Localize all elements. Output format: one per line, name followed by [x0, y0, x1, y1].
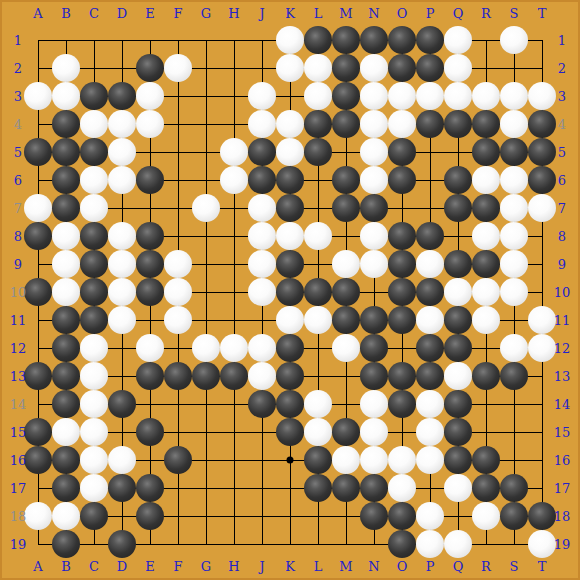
column-label-top: P	[426, 7, 435, 20]
black-stone	[416, 278, 444, 306]
black-stone	[360, 502, 388, 530]
black-stone	[388, 54, 416, 82]
white-stone	[136, 82, 164, 110]
row-label-right: 14	[554, 398, 571, 411]
row-label-left: 17	[10, 482, 27, 495]
black-stone	[108, 530, 136, 558]
white-stone	[276, 54, 304, 82]
white-stone	[220, 138, 248, 166]
row-label-right: 13	[554, 370, 571, 383]
white-stone	[416, 530, 444, 558]
white-stone	[220, 334, 248, 362]
black-stone	[416, 26, 444, 54]
white-stone	[416, 250, 444, 278]
white-stone	[472, 306, 500, 334]
row-label-left: 11	[10, 314, 27, 327]
white-stone	[164, 306, 192, 334]
white-stone	[472, 82, 500, 110]
grid-line-horizontal	[38, 516, 543, 517]
row-label-right: 19	[554, 538, 571, 551]
black-stone	[332, 194, 360, 222]
black-stone	[528, 166, 556, 194]
black-stone	[136, 166, 164, 194]
white-stone	[304, 222, 332, 250]
column-label-bottom: D	[117, 560, 127, 573]
black-stone	[332, 166, 360, 194]
row-label-right: 9	[558, 258, 566, 271]
column-label-top: G	[201, 7, 211, 20]
white-stone	[24, 82, 52, 110]
white-stone	[108, 306, 136, 334]
row-label-right: 12	[554, 342, 571, 355]
row-label-left: 12	[10, 342, 27, 355]
black-stone	[276, 166, 304, 194]
column-label-top: L	[314, 7, 323, 20]
column-label-bottom: K	[285, 560, 295, 573]
black-stone	[136, 222, 164, 250]
black-stone	[80, 250, 108, 278]
black-stone	[80, 502, 108, 530]
black-stone	[304, 138, 332, 166]
column-label-top: H	[228, 7, 239, 20]
black-stone	[248, 166, 276, 194]
column-label-top: O	[397, 7, 408, 20]
white-stone	[472, 502, 500, 530]
white-stone	[360, 222, 388, 250]
row-label-right: 17	[554, 482, 571, 495]
black-stone	[248, 138, 276, 166]
white-stone	[388, 474, 416, 502]
row-label-right: 16	[554, 454, 571, 467]
black-stone	[24, 138, 52, 166]
white-stone	[304, 54, 332, 82]
black-stone	[136, 362, 164, 390]
black-stone	[276, 278, 304, 306]
column-label-bottom: T	[538, 560, 547, 573]
row-label-left: 15	[10, 426, 27, 439]
black-stone	[192, 362, 220, 390]
row-label-left: 4	[14, 118, 22, 131]
row-label-left: 6	[14, 174, 22, 187]
column-label-bottom: L	[314, 560, 323, 573]
black-stone	[80, 138, 108, 166]
white-stone	[248, 334, 276, 362]
black-stone	[388, 530, 416, 558]
column-label-bottom: S	[510, 560, 519, 573]
white-stone	[248, 194, 276, 222]
column-label-bottom: H	[228, 560, 239, 573]
row-label-left: 8	[14, 230, 22, 243]
black-stone	[304, 446, 332, 474]
black-stone	[444, 250, 472, 278]
white-stone	[500, 222, 528, 250]
white-stone	[360, 82, 388, 110]
column-label-top: E	[145, 7, 155, 20]
row-label-right: 8	[558, 230, 566, 243]
black-stone	[416, 334, 444, 362]
black-stone	[360, 362, 388, 390]
black-stone	[304, 278, 332, 306]
row-label-right: 4	[558, 118, 566, 131]
black-stone	[444, 166, 472, 194]
column-label-bottom: A	[33, 560, 42, 573]
white-stone	[444, 82, 472, 110]
white-stone	[136, 110, 164, 138]
black-stone	[500, 474, 528, 502]
black-stone	[276, 250, 304, 278]
white-stone	[360, 390, 388, 418]
white-stone	[304, 306, 332, 334]
white-stone	[388, 82, 416, 110]
white-stone	[248, 278, 276, 306]
white-stone	[276, 26, 304, 54]
row-label-left: 14	[10, 398, 27, 411]
column-label-bottom: N	[368, 560, 379, 573]
row-label-left: 1	[14, 34, 22, 47]
white-stone	[528, 334, 556, 362]
black-stone	[332, 278, 360, 306]
go-board-screen: AABBCCDDEEFFGGHHJJKKLLMMNNOOPPQQRRSSTT11…	[0, 0, 580, 580]
white-stone	[108, 166, 136, 194]
white-stone	[108, 138, 136, 166]
black-stone	[416, 110, 444, 138]
white-stone	[52, 418, 80, 446]
white-stone	[360, 250, 388, 278]
white-stone	[276, 138, 304, 166]
black-stone	[388, 390, 416, 418]
black-stone	[52, 474, 80, 502]
column-label-top: A	[33, 7, 42, 20]
column-label-bottom: E	[145, 560, 155, 573]
column-label-top: F	[173, 7, 182, 20]
white-stone	[108, 446, 136, 474]
black-stone	[52, 138, 80, 166]
white-stone	[360, 110, 388, 138]
column-label-top: D	[117, 7, 127, 20]
black-stone	[164, 362, 192, 390]
white-stone	[80, 418, 108, 446]
white-stone	[108, 278, 136, 306]
black-stone	[444, 418, 472, 446]
white-stone	[416, 446, 444, 474]
black-stone	[332, 306, 360, 334]
black-stone	[136, 502, 164, 530]
white-stone	[528, 194, 556, 222]
row-label-left: 13	[10, 370, 27, 383]
black-stone	[108, 390, 136, 418]
white-stone	[52, 502, 80, 530]
white-stone	[416, 418, 444, 446]
star-point	[287, 457, 294, 464]
white-stone	[388, 446, 416, 474]
white-stone	[276, 110, 304, 138]
row-label-right: 6	[558, 174, 566, 187]
black-stone	[360, 306, 388, 334]
black-stone	[304, 26, 332, 54]
row-label-left: 5	[14, 146, 22, 159]
row-label-right: 15	[554, 426, 571, 439]
black-stone	[24, 418, 52, 446]
row-label-right: 2	[558, 62, 566, 75]
white-stone	[500, 250, 528, 278]
black-stone	[332, 418, 360, 446]
white-stone	[192, 194, 220, 222]
black-stone	[388, 362, 416, 390]
black-stone	[108, 82, 136, 110]
white-stone	[444, 530, 472, 558]
black-stone	[24, 446, 52, 474]
row-label-right: 1	[558, 34, 566, 47]
white-stone	[108, 222, 136, 250]
row-label-left: 9	[14, 258, 22, 271]
black-stone	[528, 502, 556, 530]
black-stone	[472, 250, 500, 278]
black-stone	[136, 418, 164, 446]
row-label-left: 16	[10, 454, 27, 467]
black-stone	[472, 110, 500, 138]
black-stone	[416, 54, 444, 82]
column-label-bottom: F	[173, 560, 182, 573]
black-stone	[528, 138, 556, 166]
black-stone	[360, 194, 388, 222]
white-stone	[528, 306, 556, 334]
black-stone	[52, 110, 80, 138]
white-stone	[416, 390, 444, 418]
black-stone	[136, 278, 164, 306]
white-stone	[444, 54, 472, 82]
black-stone	[108, 474, 136, 502]
white-stone	[80, 446, 108, 474]
row-label-right: 5	[558, 146, 566, 159]
black-stone	[332, 54, 360, 82]
black-stone	[24, 278, 52, 306]
white-stone	[500, 110, 528, 138]
black-stone	[332, 26, 360, 54]
white-stone	[276, 306, 304, 334]
row-label-left: 10	[10, 286, 27, 299]
black-stone	[52, 306, 80, 334]
white-stone	[472, 166, 500, 194]
black-stone	[52, 334, 80, 362]
column-label-top: C	[89, 7, 99, 20]
column-label-top: N	[368, 7, 379, 20]
black-stone	[80, 306, 108, 334]
row-label-right: 11	[554, 314, 571, 327]
row-label-left: 19	[10, 538, 27, 551]
white-stone	[304, 82, 332, 110]
white-stone	[444, 474, 472, 502]
column-label-bottom: Q	[453, 560, 464, 573]
white-stone	[304, 418, 332, 446]
black-stone	[276, 194, 304, 222]
black-stone	[52, 166, 80, 194]
black-stone	[52, 530, 80, 558]
black-stone	[500, 138, 528, 166]
black-stone	[388, 166, 416, 194]
black-stone	[52, 390, 80, 418]
white-stone	[24, 502, 52, 530]
row-label-right: 10	[554, 286, 571, 299]
white-stone	[52, 250, 80, 278]
white-stone	[332, 334, 360, 362]
column-label-bottom: B	[61, 560, 71, 573]
black-stone	[388, 222, 416, 250]
black-stone	[388, 138, 416, 166]
white-stone	[500, 278, 528, 306]
column-label-top: J	[259, 7, 264, 20]
white-stone	[248, 82, 276, 110]
white-stone	[220, 166, 248, 194]
white-stone	[388, 110, 416, 138]
black-stone	[528, 110, 556, 138]
column-label-bottom: O	[397, 560, 408, 573]
column-label-bottom: R	[481, 560, 491, 573]
white-stone	[444, 362, 472, 390]
black-stone	[472, 138, 500, 166]
white-stone	[332, 250, 360, 278]
white-stone	[248, 222, 276, 250]
black-stone	[472, 194, 500, 222]
black-stone	[80, 278, 108, 306]
black-stone	[136, 250, 164, 278]
white-stone	[164, 278, 192, 306]
white-stone	[52, 222, 80, 250]
white-stone	[24, 194, 52, 222]
black-stone	[444, 334, 472, 362]
white-stone	[500, 334, 528, 362]
black-stone	[444, 110, 472, 138]
black-stone	[444, 306, 472, 334]
white-stone	[500, 82, 528, 110]
black-stone	[444, 446, 472, 474]
column-label-top: B	[61, 7, 71, 20]
black-stone	[24, 222, 52, 250]
black-stone	[248, 390, 276, 418]
white-stone	[164, 250, 192, 278]
row-label-left: 7	[14, 202, 22, 215]
black-stone	[472, 362, 500, 390]
row-label-left: 3	[14, 90, 22, 103]
black-stone	[360, 26, 388, 54]
black-stone	[444, 390, 472, 418]
white-stone	[360, 54, 388, 82]
white-stone	[136, 334, 164, 362]
white-stone	[416, 306, 444, 334]
white-stone	[444, 26, 472, 54]
white-stone	[444, 278, 472, 306]
white-stone	[332, 446, 360, 474]
white-stone	[304, 390, 332, 418]
black-stone	[332, 110, 360, 138]
white-stone	[52, 54, 80, 82]
black-stone	[220, 362, 248, 390]
white-stone	[500, 26, 528, 54]
black-stone	[80, 82, 108, 110]
black-stone	[52, 446, 80, 474]
black-stone	[388, 306, 416, 334]
black-stone	[276, 362, 304, 390]
column-label-top: T	[538, 7, 547, 20]
column-label-bottom: C	[89, 560, 99, 573]
black-stone	[388, 26, 416, 54]
column-label-top: M	[339, 7, 352, 20]
black-stone	[276, 334, 304, 362]
white-stone	[360, 446, 388, 474]
row-label-right: 7	[558, 202, 566, 215]
white-stone	[192, 334, 220, 362]
white-stone	[108, 110, 136, 138]
white-stone	[52, 82, 80, 110]
column-label-top: Q	[453, 7, 464, 20]
row-label-right: 3	[558, 90, 566, 103]
white-stone	[80, 362, 108, 390]
black-stone	[500, 502, 528, 530]
black-stone	[500, 362, 528, 390]
black-stone	[388, 502, 416, 530]
column-label-top: R	[481, 7, 491, 20]
white-stone	[80, 194, 108, 222]
black-stone	[416, 362, 444, 390]
white-stone	[360, 166, 388, 194]
row-label-right: 18	[554, 510, 571, 523]
black-stone	[24, 362, 52, 390]
black-stone	[136, 474, 164, 502]
white-stone	[528, 530, 556, 558]
column-label-bottom: J	[259, 560, 264, 573]
black-stone	[360, 474, 388, 502]
column-label-bottom: M	[339, 560, 352, 573]
row-label-left: 18	[10, 510, 27, 523]
black-stone	[136, 54, 164, 82]
black-stone	[388, 278, 416, 306]
black-stone	[472, 474, 500, 502]
white-stone	[472, 222, 500, 250]
black-stone	[304, 110, 332, 138]
white-stone	[80, 166, 108, 194]
white-stone	[108, 250, 136, 278]
black-stone	[332, 82, 360, 110]
black-stone	[276, 390, 304, 418]
white-stone	[500, 194, 528, 222]
black-stone	[80, 222, 108, 250]
black-stone	[52, 194, 80, 222]
black-stone	[416, 222, 444, 250]
column-label-top: S	[510, 7, 519, 20]
white-stone	[164, 54, 192, 82]
column-label-bottom: P	[426, 560, 435, 573]
black-stone	[360, 334, 388, 362]
white-stone	[360, 418, 388, 446]
white-stone	[360, 138, 388, 166]
row-label-left: 2	[14, 62, 22, 75]
white-stone	[276, 222, 304, 250]
white-stone	[500, 166, 528, 194]
white-stone	[52, 278, 80, 306]
white-stone	[248, 362, 276, 390]
white-stone	[416, 82, 444, 110]
black-stone	[332, 474, 360, 502]
black-stone	[164, 446, 192, 474]
black-stone	[52, 362, 80, 390]
white-stone	[80, 390, 108, 418]
white-stone	[80, 474, 108, 502]
white-stone	[528, 82, 556, 110]
white-stone	[416, 502, 444, 530]
white-stone	[80, 110, 108, 138]
white-stone	[248, 110, 276, 138]
black-stone	[388, 250, 416, 278]
white-stone	[248, 250, 276, 278]
